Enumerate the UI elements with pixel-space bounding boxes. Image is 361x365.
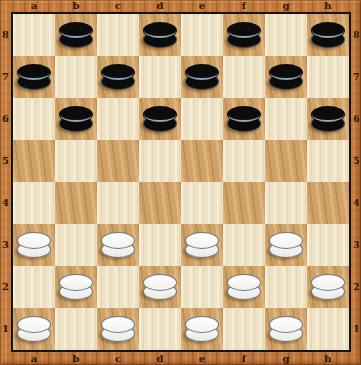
square-b3[interactable] <box>55 224 97 266</box>
rank-label-1: 1 <box>0 308 11 350</box>
white-man-d2[interactable]: ⛀ <box>143 274 177 300</box>
square-e6[interactable] <box>181 98 223 140</box>
square-d1[interactable] <box>139 308 181 350</box>
file-labels-bottom: abcdefgh <box>13 352 349 365</box>
file-label-f: f <box>223 352 265 365</box>
black-man-f8[interactable]: ⛂ <box>227 22 261 48</box>
piece-top-face <box>143 274 177 291</box>
black-man-g7[interactable]: ⛂ <box>269 64 303 90</box>
black-man-h6[interactable]: ⛂ <box>311 106 345 132</box>
square-g6[interactable] <box>265 98 307 140</box>
piece-top-face <box>59 274 93 291</box>
square-a3[interactable]: ⛀ <box>13 224 55 266</box>
piece-edge-highlight <box>312 23 344 38</box>
square-a7[interactable]: ⛂ <box>13 56 55 98</box>
file-label-b: b <box>55 352 97 365</box>
square-f2[interactable]: ⛀ <box>223 266 265 308</box>
square-b1[interactable] <box>55 308 97 350</box>
file-label-a: a <box>13 352 55 365</box>
square-c2[interactable] <box>97 266 139 308</box>
square-c8[interactable] <box>97 14 139 56</box>
rank-label-8: 8 <box>0 14 11 56</box>
square-a2[interactable] <box>13 266 55 308</box>
rank-label-5: 5 <box>352 140 361 182</box>
black-man-c7[interactable]: ⛂ <box>101 64 135 90</box>
square-h1[interactable] <box>307 308 349 350</box>
rank-label-1: 1 <box>352 308 361 350</box>
file-label-f: f <box>223 0 265 12</box>
file-labels-top: abcdefgh <box>13 0 349 12</box>
white-man-c3[interactable]: ⛀ <box>101 232 135 258</box>
square-f4[interactable] <box>223 182 265 224</box>
piece-top-face <box>101 316 135 333</box>
file-label-e: e <box>181 0 223 12</box>
white-man-b2[interactable]: ⛀ <box>59 274 93 300</box>
square-g3[interactable]: ⛀ <box>265 224 307 266</box>
rank-label-3: 3 <box>352 224 361 266</box>
rank-labels-left: 87654321 <box>0 14 11 350</box>
piece-edge-highlight <box>312 107 344 122</box>
square-f7[interactable] <box>223 56 265 98</box>
white-man-f2[interactable]: ⛀ <box>227 274 261 300</box>
square-e8[interactable] <box>181 14 223 56</box>
square-a5[interactable] <box>13 140 55 182</box>
square-d6[interactable]: ⛂ <box>139 98 181 140</box>
piece-top-face <box>185 316 219 333</box>
piece-top-face <box>227 274 261 291</box>
square-h6[interactable]: ⛂ <box>307 98 349 140</box>
square-h3[interactable] <box>307 224 349 266</box>
square-b7[interactable] <box>55 56 97 98</box>
square-f6[interactable]: ⛂ <box>223 98 265 140</box>
file-label-a: a <box>13 0 55 12</box>
square-e2[interactable] <box>181 266 223 308</box>
checkers-board: ⛂⛂⛂⛂⛂⛂⛂⛂⛂⛂⛂⛂⛀⛀⛀⛀⛀⛀⛀⛀⛀⛀⛀⛀ <box>11 12 351 352</box>
rank-label-6: 6 <box>0 98 11 140</box>
square-d7[interactable] <box>139 56 181 98</box>
rank-label-7: 7 <box>0 56 11 98</box>
piece-edge-highlight <box>228 23 260 38</box>
piece-edge-highlight <box>60 107 92 122</box>
square-d2[interactable]: ⛀ <box>139 266 181 308</box>
square-g5[interactable] <box>265 140 307 182</box>
square-d5[interactable] <box>139 140 181 182</box>
piece-top-face <box>269 232 303 249</box>
square-b4[interactable] <box>55 182 97 224</box>
square-f8[interactable]: ⛂ <box>223 14 265 56</box>
file-label-c: c <box>97 0 139 12</box>
square-g2[interactable] <box>265 266 307 308</box>
black-man-d8[interactable]: ⛂ <box>143 22 177 48</box>
black-man-e7[interactable]: ⛂ <box>185 64 219 90</box>
file-label-b: b <box>55 0 97 12</box>
rank-label-4: 4 <box>0 182 11 224</box>
file-label-h: h <box>307 0 349 12</box>
black-man-a7[interactable]: ⛂ <box>17 64 51 90</box>
checkers-app-window: abcdefgh abcdefgh 87654321 87654321 ⛂⛂⛂⛂… <box>0 0 361 365</box>
black-man-b6[interactable]: ⛂ <box>59 106 93 132</box>
square-c4[interactable] <box>97 182 139 224</box>
square-f1[interactable] <box>223 308 265 350</box>
square-c7[interactable]: ⛂ <box>97 56 139 98</box>
file-label-h: h <box>307 352 349 365</box>
file-label-g: g <box>265 352 307 365</box>
white-man-g3[interactable]: ⛀ <box>269 232 303 258</box>
file-label-g: g <box>265 0 307 12</box>
piece-edge-highlight <box>186 65 218 80</box>
square-c3[interactable]: ⛀ <box>97 224 139 266</box>
square-a1[interactable]: ⛀ <box>13 308 55 350</box>
piece-edge-highlight <box>18 65 50 80</box>
piece-top-face <box>101 232 135 249</box>
white-man-e1[interactable]: ⛀ <box>185 316 219 342</box>
square-c1[interactable]: ⛀ <box>97 308 139 350</box>
white-man-e3[interactable]: ⛀ <box>185 232 219 258</box>
rank-label-5: 5 <box>0 140 11 182</box>
white-man-h2[interactable]: ⛀ <box>311 274 345 300</box>
piece-edge-highlight <box>102 65 134 80</box>
square-d3[interactable] <box>139 224 181 266</box>
white-man-a3[interactable]: ⛀ <box>17 232 51 258</box>
square-d4[interactable] <box>139 182 181 224</box>
piece-top-face <box>185 232 219 249</box>
square-f5[interactable] <box>223 140 265 182</box>
piece-edge-highlight <box>60 23 92 38</box>
rank-label-2: 2 <box>0 266 11 308</box>
square-e7[interactable]: ⛂ <box>181 56 223 98</box>
piece-top-face <box>17 316 51 333</box>
white-man-c1[interactable]: ⛀ <box>101 316 135 342</box>
rank-label-2: 2 <box>352 266 361 308</box>
piece-edge-highlight <box>228 107 260 122</box>
square-c6[interactable] <box>97 98 139 140</box>
square-g7[interactable]: ⛂ <box>265 56 307 98</box>
piece-top-face <box>311 274 345 291</box>
piece-top-face <box>269 316 303 333</box>
square-e3[interactable]: ⛀ <box>181 224 223 266</box>
square-h4[interactable] <box>307 182 349 224</box>
piece-edge-highlight <box>144 23 176 38</box>
square-c5[interactable] <box>97 140 139 182</box>
file-label-d: d <box>139 352 181 365</box>
file-label-d: d <box>139 0 181 12</box>
rank-label-8: 8 <box>352 14 361 56</box>
square-e1[interactable]: ⛀ <box>181 308 223 350</box>
square-b2[interactable]: ⛀ <box>55 266 97 308</box>
black-man-b8[interactable]: ⛂ <box>59 22 93 48</box>
square-e5[interactable] <box>181 140 223 182</box>
black-man-h8[interactable]: ⛂ <box>311 22 345 48</box>
piece-top-face <box>17 232 51 249</box>
black-man-f6[interactable]: ⛂ <box>227 106 261 132</box>
square-g4[interactable] <box>265 182 307 224</box>
piece-edge-highlight <box>144 107 176 122</box>
square-h5[interactable] <box>307 140 349 182</box>
white-man-g1[interactable]: ⛀ <box>269 316 303 342</box>
rank-label-7: 7 <box>352 56 361 98</box>
file-label-c: c <box>97 352 139 365</box>
square-a8[interactable] <box>13 14 55 56</box>
square-h8[interactable]: ⛂ <box>307 14 349 56</box>
rank-label-4: 4 <box>352 182 361 224</box>
square-e4[interactable] <box>181 182 223 224</box>
square-a6[interactable] <box>13 98 55 140</box>
file-label-e: e <box>181 352 223 365</box>
square-h7[interactable] <box>307 56 349 98</box>
piece-edge-highlight <box>270 65 302 80</box>
square-g8[interactable] <box>265 14 307 56</box>
rank-label-3: 3 <box>0 224 11 266</box>
square-b5[interactable] <box>55 140 97 182</box>
square-b8[interactable]: ⛂ <box>55 14 97 56</box>
rank-labels-right: 87654321 <box>352 14 361 350</box>
square-g1[interactable]: ⛀ <box>265 308 307 350</box>
black-man-d6[interactable]: ⛂ <box>143 106 177 132</box>
square-d8[interactable]: ⛂ <box>139 14 181 56</box>
square-f3[interactable] <box>223 224 265 266</box>
square-a4[interactable] <box>13 182 55 224</box>
rank-label-6: 6 <box>352 98 361 140</box>
square-b6[interactable]: ⛂ <box>55 98 97 140</box>
square-h2[interactable]: ⛀ <box>307 266 349 308</box>
white-man-a1[interactable]: ⛀ <box>17 316 51 342</box>
